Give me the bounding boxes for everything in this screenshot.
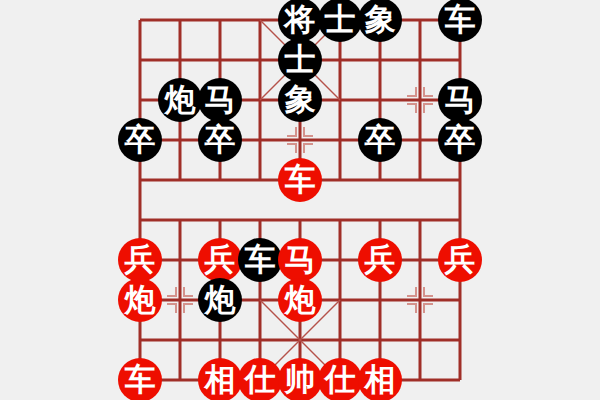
board[interactable]: 将士象车士炮马象马卒卒卒卒车兵兵车马兵兵炮炮炮车相仕帅仕相 bbox=[120, 0, 480, 400]
piece-black-soldier[interactable]: 卒 bbox=[118, 118, 162, 162]
piece-red-soldier[interactable]: 兵 bbox=[438, 238, 482, 282]
piece-black-elephant[interactable]: 象 bbox=[358, 0, 402, 42]
piece-red-elephant[interactable]: 相 bbox=[358, 358, 402, 400]
piece-red-cannon[interactable]: 炮 bbox=[278, 278, 322, 322]
piece-black-soldier[interactable]: 卒 bbox=[438, 118, 482, 162]
piece-red-cannon[interactable]: 炮 bbox=[118, 278, 162, 322]
piece-red-general[interactable]: 帅 bbox=[278, 358, 322, 400]
piece-black-general[interactable]: 将 bbox=[278, 0, 322, 42]
piece-black-horse[interactable]: 马 bbox=[438, 78, 482, 122]
piece-red-soldier[interactable]: 兵 bbox=[118, 238, 162, 282]
piece-black-advisor[interactable]: 士 bbox=[318, 0, 362, 42]
xiangqi-app: 将士象车士炮马象马卒卒卒卒车兵兵车马兵兵炮炮炮车相仕帅仕相 bbox=[0, 0, 600, 400]
piece-red-soldier[interactable]: 兵 bbox=[358, 238, 402, 282]
piece-black-soldier[interactable]: 卒 bbox=[358, 118, 402, 162]
piece-black-cannon[interactable]: 炮 bbox=[158, 78, 202, 122]
piece-red-advisor[interactable]: 仕 bbox=[238, 358, 282, 400]
piece-black-cannon[interactable]: 炮 bbox=[198, 278, 242, 322]
piece-black-chariot[interactable]: 车 bbox=[238, 238, 282, 282]
piece-red-elephant[interactable]: 相 bbox=[198, 358, 242, 400]
piece-black-soldier[interactable]: 卒 bbox=[198, 118, 242, 162]
piece-red-chariot[interactable]: 车 bbox=[118, 358, 162, 400]
piece-black-elephant[interactable]: 象 bbox=[278, 78, 322, 122]
piece-red-horse[interactable]: 马 bbox=[278, 238, 322, 282]
piece-black-chariot[interactable]: 车 bbox=[438, 0, 482, 42]
piece-red-advisor[interactable]: 仕 bbox=[318, 358, 362, 400]
piece-red-soldier[interactable]: 兵 bbox=[198, 238, 242, 282]
piece-red-chariot[interactable]: 车 bbox=[278, 158, 322, 202]
piece-black-advisor[interactable]: 士 bbox=[278, 38, 322, 82]
piece-black-horse[interactable]: 马 bbox=[198, 78, 242, 122]
